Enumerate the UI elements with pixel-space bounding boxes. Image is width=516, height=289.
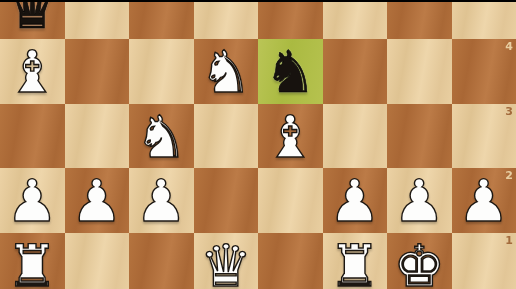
square-d5[interactable]	[194, 0, 259, 39]
rank-label-4: 4	[505, 41, 513, 52]
square-d1[interactable]: ♛d	[194, 233, 259, 289]
chess-board-viewport: ♛♝♞♞4♞♝3♟♟♟♟♟♟2♜abc♛de♜f♚g1h	[0, 0, 516, 289]
white-king-piece[interactable]: ♚	[393, 237, 445, 289]
square-f4[interactable]	[323, 39, 388, 104]
square-a4[interactable]: ♝	[0, 39, 65, 104]
white-rook-piece[interactable]: ♜	[6, 237, 58, 289]
square-h4[interactable]: 4	[452, 39, 516, 104]
white-bishop-piece[interactable]: ♝	[264, 108, 316, 166]
white-pawn-piece[interactable]: ♟	[71, 172, 123, 230]
square-a3[interactable]	[0, 104, 65, 169]
square-b4[interactable]	[65, 39, 130, 104]
square-d3[interactable]	[194, 104, 259, 169]
square-d2[interactable]	[194, 168, 259, 233]
square-e1[interactable]: e	[258, 233, 323, 289]
white-pawn-piece[interactable]: ♟	[458, 172, 510, 230]
square-d4[interactable]: ♞	[194, 39, 259, 104]
white-queen-piece[interactable]: ♛	[200, 237, 252, 289]
square-b2[interactable]: ♟	[65, 168, 130, 233]
square-a1[interactable]: ♜a	[0, 233, 65, 289]
chess-board: ♛♝♞♞4♞♝3♟♟♟♟♟♟2♜abc♛de♜f♚g1h	[0, 0, 516, 289]
white-rook-piece[interactable]: ♜	[329, 237, 381, 289]
square-f3[interactable]	[323, 104, 388, 169]
white-bishop-piece[interactable]: ♝	[6, 43, 58, 101]
square-a5[interactable]: ♛	[0, 0, 65, 39]
square-b1[interactable]: b	[65, 233, 130, 289]
square-c3[interactable]: ♞	[129, 104, 194, 169]
rank-label-3: 3	[505, 106, 513, 117]
square-g2[interactable]: ♟	[387, 168, 452, 233]
letterbox-top-bar	[0, 0, 516, 2]
white-knight-piece[interactable]: ♞	[200, 43, 252, 101]
square-c4[interactable]	[129, 39, 194, 104]
square-c2[interactable]: ♟	[129, 168, 194, 233]
white-pawn-piece[interactable]: ♟	[6, 172, 58, 230]
square-b3[interactable]	[65, 104, 130, 169]
square-g5[interactable]	[387, 0, 452, 39]
square-h3[interactable]: 3	[452, 104, 516, 169]
white-pawn-piece[interactable]: ♟	[135, 172, 187, 230]
black-knight-piece[interactable]: ♞	[264, 43, 316, 101]
square-e2[interactable]	[258, 168, 323, 233]
square-a2[interactable]: ♟	[0, 168, 65, 233]
square-h2[interactable]: ♟2	[452, 168, 516, 233]
square-f2[interactable]: ♟	[323, 168, 388, 233]
square-e3[interactable]: ♝	[258, 104, 323, 169]
black-queen-piece[interactable]: ♛	[6, 0, 58, 37]
square-g4[interactable]	[387, 39, 452, 104]
square-b5[interactable]	[65, 0, 130, 39]
square-f1[interactable]: ♜f	[323, 233, 388, 289]
square-g3[interactable]	[387, 104, 452, 169]
white-pawn-piece[interactable]: ♟	[393, 172, 445, 230]
square-g1[interactable]: ♚g	[387, 233, 452, 289]
square-f5[interactable]	[323, 0, 388, 39]
square-e4[interactable]: ♞	[258, 39, 323, 104]
square-c5[interactable]	[129, 0, 194, 39]
rank-label-1: 1	[505, 235, 513, 246]
white-knight-piece[interactable]: ♞	[135, 108, 187, 166]
square-h5[interactable]	[452, 0, 516, 39]
square-c1[interactable]: c	[129, 233, 194, 289]
square-h1[interactable]: 1h	[452, 233, 516, 289]
rank-label-2: 2	[505, 170, 513, 181]
white-pawn-piece[interactable]: ♟	[329, 172, 381, 230]
square-e5[interactable]	[258, 0, 323, 39]
